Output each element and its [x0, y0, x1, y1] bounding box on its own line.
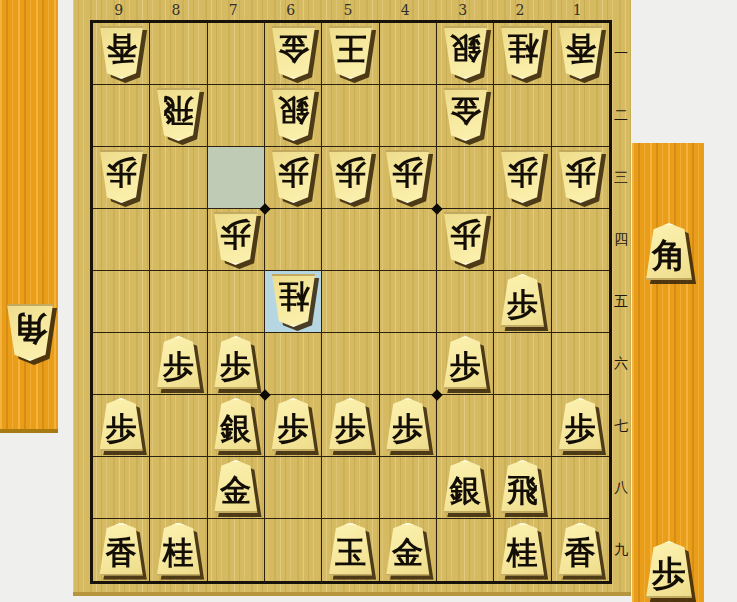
- koma-face: 歩: [270, 398, 317, 451]
- cell-7-3[interactable]: [208, 147, 265, 209]
- piece-gote-王[interactable]: 王: [327, 26, 374, 79]
- rank-label-9: 九: [612, 519, 630, 581]
- cell-7-5[interactable]: [208, 271, 265, 333]
- cell-8-7[interactable]: [150, 395, 207, 457]
- koma-kanji: 歩: [106, 406, 137, 444]
- cell-6-4[interactable]: [265, 209, 322, 271]
- piece-gote-歩[interactable]: 歩: [384, 150, 431, 203]
- koma-face: 歩: [442, 336, 489, 389]
- cell-8-6[interactable]: 歩: [150, 333, 207, 395]
- piece-gote-歩[interactable]: 歩: [499, 150, 546, 203]
- koma-face: 香: [98, 523, 145, 576]
- cell-6-1[interactable]: 金: [265, 23, 322, 85]
- piece-gote-香[interactable]: 香: [98, 26, 145, 79]
- koma-face: 銀: [212, 398, 259, 451]
- piece-gote-歩[interactable]: 歩: [327, 150, 374, 203]
- cell-5-6[interactable]: [322, 333, 379, 395]
- koma-kanji: 歩: [335, 158, 366, 196]
- koma-kanji: 銀: [450, 34, 481, 72]
- gote-hand-stand: 角: [0, 0, 58, 433]
- cell-2-5[interactable]: 歩: [494, 271, 551, 333]
- koma-face: 香: [557, 523, 604, 576]
- piece-sente-歩[interactable]: 歩: [212, 336, 259, 389]
- rank-label-7: 七: [612, 395, 630, 457]
- cell-4-6[interactable]: [380, 333, 437, 395]
- piece-gote-桂[interactable]: 桂: [499, 26, 546, 79]
- koma-face: 歩: [327, 398, 374, 451]
- rank-labels: 一二三四五六七八九: [612, 23, 630, 581]
- cell-3-9[interactable]: [437, 519, 494, 581]
- koma-face: 飛: [499, 460, 546, 513]
- piece-sente-桂[interactable]: 桂: [155, 523, 202, 576]
- piece-gote-金[interactable]: 金: [270, 26, 317, 79]
- koma-kanji: 歩: [507, 158, 538, 196]
- piece-gote-歩[interactable]: 歩: [442, 212, 489, 265]
- koma-face: 歩: [442, 212, 489, 265]
- cell-8-2[interactable]: 飛: [150, 85, 207, 147]
- koma-face: 香: [98, 26, 145, 79]
- cell-1-6[interactable]: [552, 333, 609, 395]
- cell-5-5[interactable]: [322, 271, 379, 333]
- piece-sente-香[interactable]: 香: [98, 523, 145, 576]
- koma-kanji: 歩: [652, 549, 686, 590]
- koma-kanji: 歩: [392, 406, 423, 444]
- piece-gote-飛[interactable]: 飛: [155, 88, 202, 141]
- piece-sente-歩[interactable]: 歩: [98, 398, 145, 451]
- piece-sente-歩[interactable]: 歩: [442, 336, 489, 389]
- cell-8-1[interactable]: [150, 23, 207, 85]
- piece-gote-歩[interactable]: 歩: [212, 212, 259, 265]
- koma-face: 飛: [155, 88, 202, 141]
- cell-1-8[interactable]: [552, 457, 609, 519]
- koma-kanji: 玉: [335, 530, 366, 568]
- cell-9-4[interactable]: [93, 209, 150, 271]
- koma-face: 歩: [499, 274, 546, 327]
- cell-2-9[interactable]: 桂: [494, 519, 551, 581]
- piece-sente-歩[interactable]: 歩: [155, 336, 202, 389]
- file-label-5: 5: [319, 1, 376, 19]
- cell-8-3[interactable]: [150, 147, 207, 209]
- rank-label-4: 四: [612, 209, 630, 271]
- cell-4-2[interactable]: [380, 85, 437, 147]
- koma-face: 歩: [384, 150, 431, 203]
- file-label-7: 7: [205, 1, 262, 19]
- file-label-1: 1: [549, 1, 606, 19]
- cell-4-3[interactable]: 歩: [380, 147, 437, 209]
- koma-kanji: 香: [106, 530, 137, 568]
- cell-6-9[interactable]: [265, 519, 322, 581]
- piece-gote-歩[interactable]: 歩: [557, 150, 604, 203]
- cell-2-6[interactable]: [494, 333, 551, 395]
- koma-face: 香: [557, 26, 604, 79]
- koma-kanji: 歩: [278, 158, 309, 196]
- piece-sente-銀[interactable]: 銀: [442, 460, 489, 513]
- cell-6-7[interactable]: 歩: [265, 395, 322, 457]
- cell-2-4[interactable]: [494, 209, 551, 271]
- cell-1-3[interactable]: 歩: [552, 147, 609, 209]
- cell-4-1[interactable]: [380, 23, 437, 85]
- piece-sente-玉[interactable]: 玉: [327, 523, 374, 576]
- cell-8-5[interactable]: [150, 271, 207, 333]
- koma-kanji: 金: [392, 530, 423, 568]
- koma-kanji: 歩: [220, 344, 251, 382]
- piece-sente-桂[interactable]: 桂: [499, 523, 546, 576]
- shogi-board-panel: 987654321 香金王銀桂香飛銀金歩歩歩歩歩歩歩歩桂歩歩歩歩歩銀歩歩歩歩金銀…: [73, 0, 631, 596]
- koma-face: 歩: [327, 150, 374, 203]
- piece-gote-金[interactable]: 金: [442, 88, 489, 141]
- cell-6-2[interactable]: 銀: [265, 85, 322, 147]
- koma-face: 歩: [155, 336, 202, 389]
- koma-kanji: 歩: [163, 344, 194, 382]
- rank-label-5: 五: [612, 271, 630, 333]
- piece-sente-飛[interactable]: 飛: [499, 460, 546, 513]
- piece-sente-香[interactable]: 香: [557, 523, 604, 576]
- cell-4-5[interactable]: [380, 271, 437, 333]
- file-label-3: 3: [434, 1, 491, 19]
- piece-gote-歩[interactable]: 歩: [270, 150, 317, 203]
- piece-gote-香[interactable]: 香: [557, 26, 604, 79]
- rank-label-1: 一: [612, 23, 630, 85]
- koma-kanji: 香: [565, 34, 596, 72]
- piece-gote-銀[interactable]: 銀: [442, 26, 489, 79]
- rank-label-8: 八: [612, 457, 630, 519]
- file-label-2: 2: [491, 1, 548, 19]
- file-label-9: 9: [90, 1, 147, 19]
- koma-face: 桂: [270, 274, 317, 327]
- koma-kanji: 飛: [163, 96, 194, 134]
- cell-6-5[interactable]: 桂: [265, 271, 322, 333]
- cell-1-4[interactable]: [552, 209, 609, 271]
- koma-kanji: 桂: [507, 34, 538, 72]
- koma-face: 歩: [499, 150, 546, 203]
- koma-kanji: 銀: [220, 406, 251, 444]
- piece-sente-金[interactable]: 金: [212, 460, 259, 513]
- cell-3-7[interactable]: [437, 395, 494, 457]
- cell-3-3[interactable]: [437, 147, 494, 209]
- board-grid[interactable]: 香金王銀桂香飛銀金歩歩歩歩歩歩歩歩桂歩歩歩歩歩銀歩歩歩歩金銀飛香桂玉金桂香: [90, 20, 612, 584]
- rank-label-2: 二: [612, 85, 630, 147]
- piece-sente-歩[interactable]: 歩: [270, 398, 317, 451]
- koma-kanji: 歩: [106, 158, 137, 196]
- koma-kanji: 歩: [335, 406, 366, 444]
- koma-kanji: 歩: [565, 406, 596, 444]
- cell-5-2[interactable]: [322, 85, 379, 147]
- piece-gote-銀[interactable]: 銀: [270, 88, 317, 141]
- cell-1-2[interactable]: [552, 85, 609, 147]
- cell-6-3[interactable]: 歩: [265, 147, 322, 209]
- koma-kanji: 角: [652, 231, 686, 272]
- cell-3-1[interactable]: 銀: [437, 23, 494, 85]
- cell-3-5[interactable]: [437, 271, 494, 333]
- koma-kanji: 銀: [450, 468, 481, 506]
- cell-1-1[interactable]: 香: [552, 23, 609, 85]
- koma-face: 玉: [327, 523, 374, 576]
- koma-face: 角: [5, 304, 55, 361]
- koma-face: 金: [442, 88, 489, 141]
- koma-face: 歩: [212, 336, 259, 389]
- cell-3-2[interactable]: 金: [437, 85, 494, 147]
- koma-kanji: 金: [220, 468, 251, 506]
- cell-8-4[interactable]: [150, 209, 207, 271]
- cell-2-2[interactable]: [494, 85, 551, 147]
- cell-9-5[interactable]: [93, 271, 150, 333]
- cell-8-9[interactable]: 桂: [150, 519, 207, 581]
- cell-5-8[interactable]: [322, 457, 379, 519]
- cell-7-8[interactable]: 金: [208, 457, 265, 519]
- cell-4-8[interactable]: [380, 457, 437, 519]
- koma-face: 桂: [155, 523, 202, 576]
- koma-face: 銀: [442, 460, 489, 513]
- koma-face: 歩: [557, 398, 604, 451]
- sente-hand-stand: 角歩: [632, 143, 704, 602]
- cell-7-1[interactable]: [208, 23, 265, 85]
- koma-kanji: 香: [106, 34, 137, 72]
- piece-gote-桂[interactable]: 桂: [270, 274, 317, 327]
- piece-sente-角[interactable]: 角: [644, 223, 694, 280]
- cell-4-9[interactable]: 金: [380, 519, 437, 581]
- cell-6-8[interactable]: [265, 457, 322, 519]
- cell-1-7[interactable]: 歩: [552, 395, 609, 457]
- koma-kanji: 桂: [163, 530, 194, 568]
- cell-9-1[interactable]: 香: [93, 23, 150, 85]
- piece-sente-歩[interactable]: 歩: [644, 541, 694, 598]
- koma-face: 歩: [270, 150, 317, 203]
- cell-3-4[interactable]: 歩: [437, 209, 494, 271]
- koma-face: 歩: [557, 150, 604, 203]
- koma-face: 桂: [499, 26, 546, 79]
- cell-1-5[interactable]: [552, 271, 609, 333]
- koma-kanji: 王: [335, 34, 366, 72]
- koma-kanji: 歩: [450, 344, 481, 382]
- koma-kanji: 歩: [450, 220, 481, 258]
- koma-face: 歩: [644, 541, 694, 598]
- koma-face: 歩: [384, 398, 431, 451]
- cell-5-1[interactable]: 王: [322, 23, 379, 85]
- cell-9-8[interactable]: [93, 457, 150, 519]
- cell-7-2[interactable]: [208, 85, 265, 147]
- cell-6-6[interactable]: [265, 333, 322, 395]
- koma-face: 歩: [212, 212, 259, 265]
- koma-face: 角: [644, 223, 694, 280]
- koma-kanji: 歩: [278, 406, 309, 444]
- koma-kanji: 歩: [392, 158, 423, 196]
- koma-kanji: 銀: [278, 96, 309, 134]
- koma-kanji: 歩: [220, 220, 251, 258]
- cell-9-3[interactable]: 歩: [93, 147, 150, 209]
- piece-sente-歩[interactable]: 歩: [557, 398, 604, 451]
- koma-kanji: 歩: [565, 158, 596, 196]
- piece-gote-角[interactable]: 角: [5, 304, 55, 361]
- cell-9-7[interactable]: 歩: [93, 395, 150, 457]
- cell-5-7[interactable]: 歩: [322, 395, 379, 457]
- cell-9-9[interactable]: 香: [93, 519, 150, 581]
- piece-sente-歩[interactable]: 歩: [499, 274, 546, 327]
- cell-3-6[interactable]: 歩: [437, 333, 494, 395]
- piece-sente-金[interactable]: 金: [384, 523, 431, 576]
- cell-5-3[interactable]: 歩: [322, 147, 379, 209]
- koma-face: 歩: [98, 150, 145, 203]
- koma-kanji: 桂: [278, 282, 309, 320]
- cell-7-9[interactable]: [208, 519, 265, 581]
- koma-face: 金: [384, 523, 431, 576]
- cell-1-9[interactable]: 香: [552, 519, 609, 581]
- koma-kanji: 飛: [507, 468, 538, 506]
- cell-2-8[interactable]: 飛: [494, 457, 551, 519]
- cell-2-7[interactable]: [494, 395, 551, 457]
- cell-8-8[interactable]: [150, 457, 207, 519]
- koma-kanji: 香: [565, 530, 596, 568]
- piece-sente-歩[interactable]: 歩: [327, 398, 374, 451]
- koma-face: 歩: [98, 398, 145, 451]
- rank-label-6: 六: [612, 333, 630, 395]
- cell-2-3[interactable]: 歩: [494, 147, 551, 209]
- file-label-6: 6: [262, 1, 319, 19]
- file-label-8: 8: [147, 1, 204, 19]
- piece-sente-歩[interactable]: 歩: [384, 398, 431, 451]
- piece-gote-歩[interactable]: 歩: [98, 150, 145, 203]
- cell-3-8[interactable]: 銀: [437, 457, 494, 519]
- koma-kanji: 桂: [507, 530, 538, 568]
- cell-4-4[interactable]: [380, 209, 437, 271]
- koma-kanji: 角: [13, 312, 47, 353]
- file-label-4: 4: [377, 1, 434, 19]
- cell-2-1[interactable]: 桂: [494, 23, 551, 85]
- rank-label-3: 三: [612, 147, 630, 209]
- koma-face: 金: [212, 460, 259, 513]
- cell-7-6[interactable]: 歩: [208, 333, 265, 395]
- koma-face: 銀: [442, 26, 489, 79]
- koma-kanji: 金: [278, 34, 309, 72]
- koma-kanji: 金: [450, 96, 481, 134]
- cell-5-4[interactable]: [322, 209, 379, 271]
- koma-face: 金: [270, 26, 317, 79]
- file-labels: 987654321: [90, 1, 606, 19]
- cell-4-7[interactable]: 歩: [380, 395, 437, 457]
- koma-face: 銀: [270, 88, 317, 141]
- cell-7-4[interactable]: 歩: [208, 209, 265, 271]
- piece-sente-銀[interactable]: 銀: [212, 398, 259, 451]
- cell-7-7[interactable]: 銀: [208, 395, 265, 457]
- cell-9-2[interactable]: [93, 85, 150, 147]
- koma-face: 桂: [499, 523, 546, 576]
- cell-5-9[interactable]: 玉: [322, 519, 379, 581]
- cell-9-6[interactable]: [93, 333, 150, 395]
- koma-face: 王: [327, 26, 374, 79]
- koma-kanji: 歩: [507, 282, 538, 320]
